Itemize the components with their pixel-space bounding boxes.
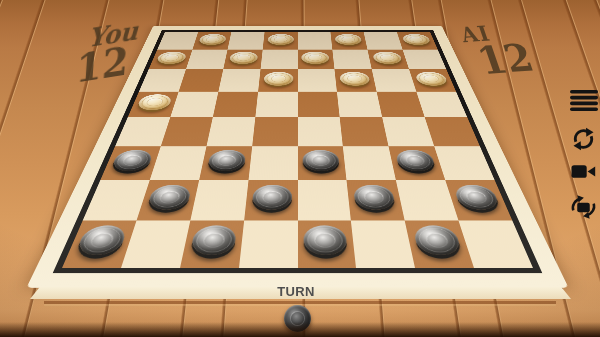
square-c5[interactable] [213,91,258,116]
checker-black[interactable] [303,150,340,171]
square-f2[interactable] [347,180,405,220]
square-d1[interactable] [239,220,298,268]
square-d7[interactable] [260,49,297,69]
square-d8[interactable] [262,32,297,50]
checker-white[interactable] [372,52,403,64]
checker-black[interactable] [189,226,237,256]
turn-indicator-piece [284,305,311,332]
checker-white[interactable] [263,72,293,86]
square-f7[interactable] [333,49,372,69]
game-screen: TURN You 12 AI 12 [0,0,600,337]
square-b3[interactable] [150,146,207,180]
checker-black[interactable] [251,185,291,210]
checker-white[interactable] [229,52,259,64]
checker-black[interactable] [412,226,463,256]
rotate-view-icon[interactable] [570,193,597,221]
checker-white[interactable] [302,52,330,64]
square-f3[interactable] [343,146,396,180]
plank-seam [0,0,7,337]
square-c8[interactable] [227,32,264,50]
square-f4[interactable] [340,117,389,146]
square-c7[interactable] [223,49,262,69]
square-d6[interactable] [258,69,298,91]
checker-black[interactable] [395,150,437,171]
square-d4[interactable] [252,117,298,146]
square-b8[interactable] [192,32,231,50]
checker-black[interactable] [74,226,128,256]
square-c6[interactable] [218,69,260,91]
checker-white[interactable] [414,72,449,86]
square-b5[interactable] [170,91,218,116]
checker-white[interactable] [335,34,363,45]
square-f8[interactable] [331,32,368,50]
checker-white[interactable] [198,34,227,45]
square-d3[interactable] [248,146,297,180]
checker-white[interactable] [267,34,294,45]
restart-icon[interactable] [571,126,596,152]
checker-black[interactable] [304,226,348,256]
turn-label: TURN [265,284,327,299]
checker-white[interactable] [401,34,431,45]
square-h8[interactable] [397,32,438,50]
square-b7[interactable] [186,49,227,69]
square-c4[interactable] [206,117,255,146]
checker-black[interactable] [453,185,502,210]
checker-black[interactable] [353,185,396,210]
square-e2[interactable] [298,180,352,220]
square-f5[interactable] [337,91,382,116]
square-f6[interactable] [335,69,377,91]
square-e1[interactable] [298,220,357,268]
video-camera-icon[interactable] [571,163,596,180]
score-ai: AI 12 [437,19,555,80]
checker-white[interactable] [136,94,173,110]
checker-black[interactable] [146,185,192,210]
square-c2[interactable] [190,180,248,220]
square-e3[interactable] [298,146,347,180]
square-c3[interactable] [199,146,252,180]
square-b4[interactable] [161,117,213,146]
square-e6[interactable] [298,69,338,91]
floor-seam [44,301,556,304]
square-d2[interactable] [244,180,298,220]
checker-white[interactable] [339,72,370,86]
square-e8[interactable] [298,32,333,50]
square-e7[interactable] [298,49,335,69]
square-d5[interactable] [255,91,297,116]
menu-icon[interactable] [570,90,598,111]
square-e5[interactable] [298,91,340,116]
square-b6[interactable] [179,69,223,91]
square-c1[interactable] [180,220,244,268]
checker-black[interactable] [207,150,247,171]
checker-black[interactable] [110,150,154,171]
square-e4[interactable] [298,117,344,146]
